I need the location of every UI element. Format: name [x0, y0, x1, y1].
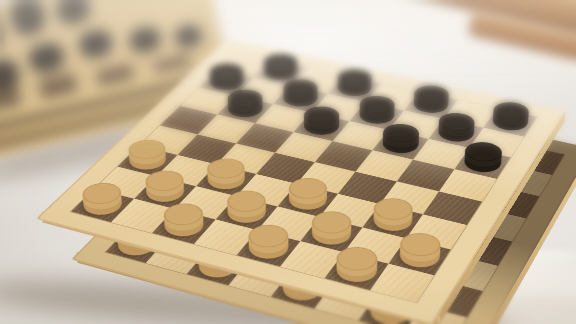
photo-scene [0, 0, 576, 324]
dark-checker-piece[interactable] [378, 133, 424, 157]
stage [0, 0, 576, 324]
dark-checker-piece[interactable] [488, 111, 532, 134]
light-checker-piece[interactable] [394, 242, 445, 272]
light-checker-piece[interactable] [77, 192, 129, 219]
light-checker-piece[interactable] [221, 199, 272, 227]
dark-checker-piece[interactable] [460, 151, 506, 176]
dark-checker-piece[interactable] [434, 122, 479, 146]
light-checker-piece[interactable] [140, 179, 190, 206]
